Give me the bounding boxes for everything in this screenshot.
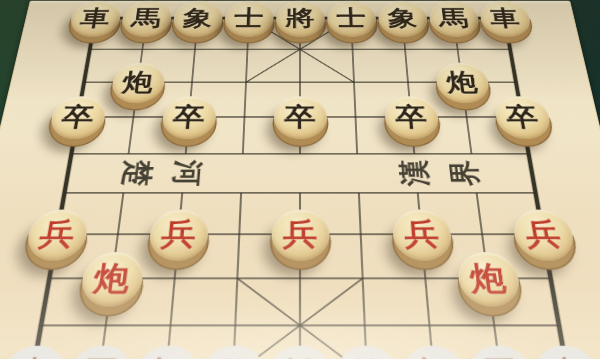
- piece-black-soldier[interactable]: 卒: [492, 96, 552, 139]
- piece-character: 馬: [427, 0, 480, 36]
- piece-red-advisor[interactable]: 仕: [335, 345, 401, 359]
- piece-character: 相: [131, 345, 200, 359]
- piece-character: 相: [400, 345, 469, 359]
- piece-character: 車: [67, 0, 122, 36]
- piece-red-soldier[interactable]: 兵: [23, 209, 90, 260]
- piece-red-cannon[interactable]: 炮: [78, 252, 145, 306]
- piece-black-soldier[interactable]: 卒: [383, 96, 439, 139]
- piece-red-cannon[interactable]: 炮: [455, 252, 522, 306]
- piece-character: 兵: [23, 209, 90, 260]
- river-label-han-jie: 漢界: [397, 153, 485, 194]
- piece-character: 象: [377, 0, 429, 36]
- river-label-chu-he: 楚河: [117, 153, 205, 194]
- piece-character: 仕: [335, 345, 401, 359]
- piece-red-soldier[interactable]: 兵: [391, 209, 453, 260]
- piece-character: 炮: [434, 62, 491, 102]
- board-paper: 楚河 漢界 車馬象士將士象馬車炮炮卒卒卒卒卒兵兵兵兵兵炮炮車馬相仕帥仕相馬車: [0, 1, 600, 359]
- piece-character: 炮: [109, 62, 166, 102]
- piece-black-horse[interactable]: 馬: [427, 0, 480, 36]
- piece-character: 車: [531, 345, 600, 359]
- piece-character: 卒: [47, 96, 107, 139]
- piece-black-general[interactable]: 將: [275, 0, 324, 36]
- piece-black-cannon[interactable]: 炮: [434, 62, 491, 102]
- piece-character: 將: [275, 0, 324, 36]
- piece-red-general[interactable]: 帥: [268, 345, 333, 359]
- piece-red-soldier[interactable]: 兵: [147, 209, 209, 260]
- piece-red-chariot[interactable]: 車: [0, 345, 69, 359]
- piece-character: 馬: [466, 345, 538, 359]
- piece-black-advisor[interactable]: 士: [326, 0, 376, 36]
- piece-black-soldier[interactable]: 卒: [160, 96, 216, 139]
- piece-black-advisor[interactable]: 士: [223, 0, 273, 36]
- piece-character: 炮: [455, 252, 522, 306]
- piece-red-horse[interactable]: 馬: [63, 345, 135, 359]
- piece-character: 象: [171, 0, 223, 36]
- piece-character: 卒: [383, 96, 439, 139]
- piece-black-soldier[interactable]: 卒: [47, 96, 107, 139]
- piece-black-cannon[interactable]: 炮: [109, 62, 166, 102]
- piece-black-horse[interactable]: 馬: [119, 0, 172, 36]
- piece-red-elephant[interactable]: 相: [131, 345, 200, 359]
- piece-character: 士: [326, 0, 376, 36]
- piece-black-chariot[interactable]: 車: [478, 0, 533, 36]
- piece-red-advisor[interactable]: 仕: [199, 345, 265, 359]
- piece-character: 兵: [147, 209, 209, 260]
- piece-character: 兵: [271, 209, 330, 260]
- piece-red-soldier[interactable]: 兵: [510, 209, 577, 260]
- piece-character: 車: [0, 345, 69, 359]
- piece-black-chariot[interactable]: 車: [67, 0, 122, 36]
- piece-character: 士: [223, 0, 273, 36]
- piece-character: 卒: [492, 96, 552, 139]
- piece-character: 馬: [63, 345, 135, 359]
- river-character: 楚: [114, 159, 160, 188]
- xiangqi-photo: 楚河 漢界 車馬象士將士象馬車炮炮卒卒卒卒卒兵兵兵兵兵炮炮車馬相仕帥仕相馬車: [0, 0, 600, 359]
- piece-character: 兵: [510, 209, 577, 260]
- piece-red-soldier[interactable]: 兵: [271, 209, 330, 260]
- piece-red-chariot[interactable]: 車: [531, 345, 600, 359]
- piece-black-elephant[interactable]: 象: [171, 0, 223, 36]
- piece-red-horse[interactable]: 馬: [466, 345, 538, 359]
- river-character: 河: [165, 159, 209, 188]
- piece-character: 卒: [160, 96, 216, 139]
- piece-character: 兵: [391, 209, 453, 260]
- piece-black-soldier[interactable]: 卒: [273, 96, 327, 139]
- piece-character: 炮: [78, 252, 145, 306]
- piece-character: 仕: [199, 345, 265, 359]
- river-character: 界: [442, 159, 488, 188]
- piece-character: 帥: [268, 345, 333, 359]
- piece-character: 馬: [119, 0, 172, 36]
- river-character: 漢: [393, 159, 438, 188]
- piece-character: 卒: [273, 96, 327, 139]
- piece-red-elephant[interactable]: 相: [400, 345, 469, 359]
- piece-character: 車: [478, 0, 533, 36]
- piece-black-elephant[interactable]: 象: [377, 0, 429, 36]
